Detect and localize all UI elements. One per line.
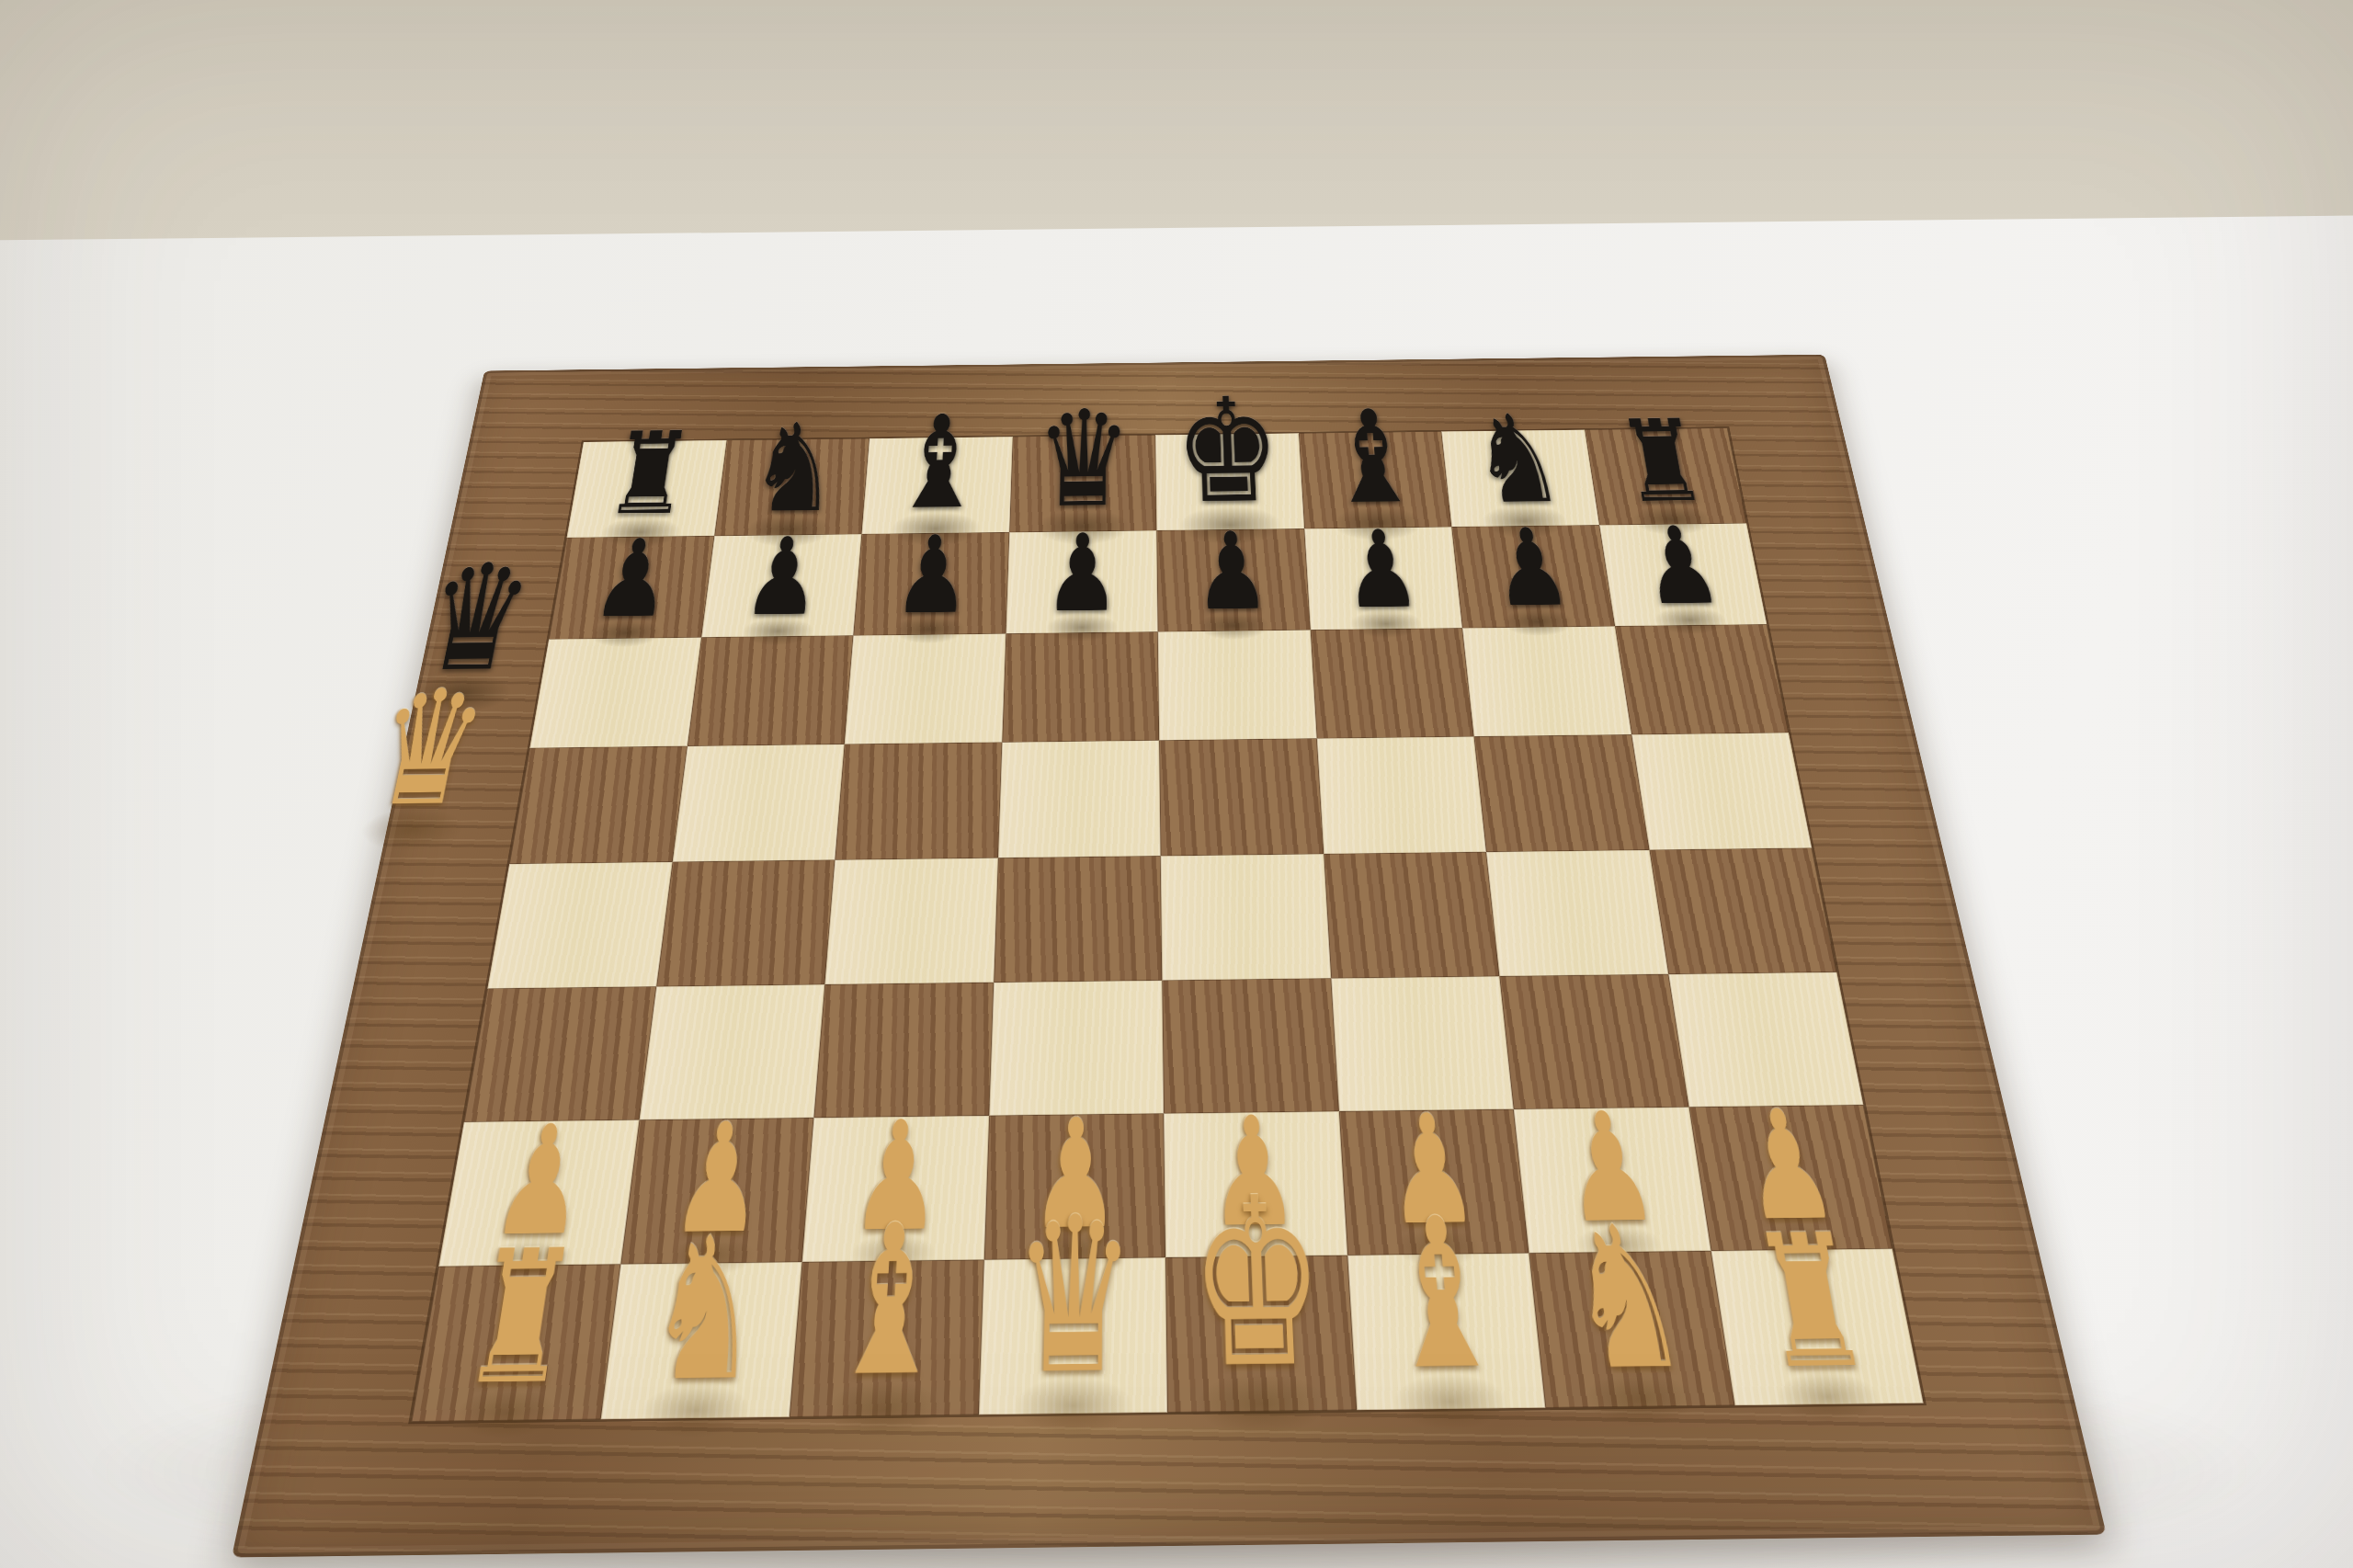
square-a2: ♟ (438, 1119, 639, 1266)
square-g5 (1474, 734, 1650, 852)
square-g7: ♟ (1451, 525, 1614, 628)
square-a6 (529, 637, 700, 747)
square-h3 (1668, 971, 1864, 1107)
square-f8: ♝ (1299, 431, 1452, 528)
square-b7: ♟ (701, 534, 862, 638)
square-c8: ♝ (861, 437, 1012, 534)
black-bishop-piece: ♝ (1322, 394, 1425, 523)
black-king-piece: ♚ (1174, 380, 1283, 525)
square-h7: ♟ (1599, 523, 1768, 626)
white-pawn-piece: ♟ (1730, 1090, 1845, 1242)
white-pawn-piece: ♟ (667, 1103, 772, 1255)
square-e8: ♚ (1155, 433, 1304, 530)
square-e3 (1162, 978, 1338, 1113)
square-f1: ♝ (1347, 1253, 1546, 1410)
square-e6 (1158, 630, 1317, 740)
black-pawn-piece: ♟ (588, 525, 679, 632)
square-d7: ♟ (1006, 530, 1158, 633)
square-h4 (1649, 848, 1836, 974)
black-rook-piece: ♜ (599, 417, 699, 531)
square-d3 (989, 980, 1164, 1115)
square-a4 (487, 862, 672, 989)
square-c2: ♟ (802, 1116, 989, 1262)
black-pawn-piece: ♟ (1634, 513, 1727, 620)
square-e1: ♚ (1165, 1255, 1357, 1412)
square-f2: ♟ (1338, 1109, 1529, 1256)
white-pawn-piece: ♟ (1381, 1095, 1483, 1246)
square-e2: ♟ (1164, 1111, 1347, 1257)
black-knight-piece: ♞ (744, 407, 844, 529)
square-f5 (1316, 736, 1486, 854)
chessboard: ♜♞♝♛♚♝♞♜♟♟♟♟♟♟♟♟♟♟♟♟♟♟♟♟♜♞♝♛♚♝♞♜ ♛ ♛ (232, 355, 2107, 1558)
square-a8: ♜ (567, 440, 727, 538)
square-b8: ♞ (714, 438, 870, 536)
black-pawn-piece: ♟ (1487, 515, 1575, 622)
square-g4 (1486, 850, 1668, 976)
square-c5 (835, 742, 1002, 859)
black-pawn-piece: ♟ (1044, 520, 1120, 628)
square-d5 (998, 740, 1161, 858)
board-grid: ♜♞♝♛♚♝♞♜♟♟♟♟♟♟♟♟♟♟♟♟♟♟♟♟♜♞♝♛♚♝♞♜ (411, 428, 1923, 1422)
square-b4 (656, 860, 835, 986)
square-e5 (1159, 738, 1324, 856)
white-pawn-piece: ♟ (1556, 1092, 1665, 1244)
square-g6 (1462, 626, 1631, 736)
board-frame: ♜♞♝♛♚♝♞♜♟♟♟♟♟♟♟♟♟♟♟♟♟♟♟♟♜♞♝♛♚♝♞♜ ♛ ♛ (232, 355, 2107, 1558)
black-pawn-piece: ♟ (740, 523, 825, 631)
square-g3 (1499, 974, 1688, 1109)
square-a7: ♟ (549, 536, 714, 640)
square-d2: ♟ (983, 1113, 1165, 1259)
square-g1: ♞ (1529, 1251, 1734, 1408)
white-pawn-piece: ♟ (1207, 1096, 1301, 1248)
square-c4 (824, 858, 997, 983)
square-f4 (1324, 852, 1500, 978)
square-b2: ♟ (620, 1118, 814, 1264)
square-d6 (1002, 631, 1159, 742)
square-g8: ♞ (1441, 429, 1598, 527)
square-e4 (1161, 854, 1331, 980)
square-c6 (845, 633, 1006, 744)
square-h5 (1631, 733, 1812, 850)
square-d1: ♛ (978, 1257, 1167, 1415)
black-queen-piece: ♛ (1034, 392, 1132, 527)
square-b6 (688, 635, 854, 745)
black-pawn-piece: ♟ (1340, 517, 1424, 624)
square-f7: ♟ (1304, 527, 1462, 630)
black-pawn-piece: ♟ (1193, 518, 1271, 626)
square-f6 (1310, 628, 1473, 738)
square-a5 (509, 746, 687, 864)
square-f3 (1331, 976, 1514, 1111)
white-pawn-piece: ♟ (848, 1101, 946, 1253)
square-h6 (1615, 624, 1789, 734)
square-e7: ♟ (1156, 528, 1310, 631)
square-a3 (464, 986, 656, 1122)
black-rook-piece: ♜ (1611, 405, 1713, 519)
square-g2: ♟ (1514, 1107, 1711, 1252)
black-bishop-piece: ♝ (889, 399, 989, 528)
square-d8: ♛ (1009, 435, 1156, 532)
square-c1: ♝ (790, 1259, 984, 1417)
white-pawn-piece: ♟ (485, 1105, 597, 1256)
square-h2: ♟ (1688, 1105, 1893, 1250)
square-c3 (813, 983, 993, 1119)
square-b1: ♞ (600, 1262, 801, 1420)
square-b3 (639, 984, 824, 1120)
square-h8: ♜ (1585, 428, 1746, 525)
square-b5 (672, 744, 844, 861)
black-knight-piece: ♞ (1466, 399, 1570, 521)
square-c7: ♟ (853, 532, 1009, 636)
white-pawn-piece: ♟ (1029, 1098, 1120, 1250)
photo-canvas: ♜♞♝♛♚♝♞♜♟♟♟♟♟♟♟♟♟♟♟♟♟♟♟♟♜♞♝♛♚♝♞♜ ♛ ♛ (0, 0, 2353, 1568)
square-a1: ♜ (411, 1264, 620, 1422)
square-h1: ♜ (1711, 1248, 1924, 1405)
square-d4 (994, 856, 1162, 982)
black-pawn-piece: ♟ (892, 521, 972, 629)
